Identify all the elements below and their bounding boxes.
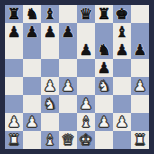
square-f7[interactable] bbox=[95, 23, 113, 41]
black-pawn-b7[interactable]: ♟ bbox=[25, 23, 38, 41]
square-e7[interactable] bbox=[77, 23, 95, 41]
white-pawn-a2[interactable]: ♟ bbox=[7, 113, 20, 131]
white-knight-c3[interactable]: ♞ bbox=[43, 95, 56, 113]
square-c2[interactable] bbox=[41, 113, 59, 131]
square-h5[interactable] bbox=[131, 59, 149, 77]
square-g4[interactable] bbox=[113, 77, 131, 95]
square-h7[interactable] bbox=[131, 23, 149, 41]
black-rook-f8[interactable]: ♜ bbox=[97, 5, 110, 23]
chess-board[interactable]: ♜♞♝♛♜♚♟♟♟♟♝♟♞♟♟♟♟♟♞♟♞♟♟♟♝♟♟♜♝♛♚♜ bbox=[5, 5, 149, 149]
white-bishop-c1[interactable]: ♝ bbox=[43, 131, 56, 149]
square-b4[interactable] bbox=[23, 77, 41, 95]
white-pawn-g2[interactable]: ♟ bbox=[115, 113, 128, 131]
black-knight-f6[interactable]: ♞ bbox=[97, 41, 110, 59]
square-e2[interactable]: ♝ bbox=[77, 113, 95, 131]
white-pawn-d4[interactable]: ♟ bbox=[61, 77, 74, 95]
square-d2[interactable] bbox=[59, 113, 77, 131]
square-h8[interactable] bbox=[131, 5, 149, 23]
square-f3[interactable] bbox=[95, 95, 113, 113]
square-d1[interactable]: ♛ bbox=[59, 131, 77, 149]
white-pawn-e3[interactable]: ♟ bbox=[79, 95, 92, 113]
square-a7[interactable]: ♟ bbox=[5, 23, 23, 41]
square-a1[interactable]: ♜ bbox=[5, 131, 23, 149]
square-h4[interactable]: ♟ bbox=[131, 77, 149, 95]
black-pawn-d7[interactable]: ♟ bbox=[61, 23, 74, 41]
square-c3[interactable]: ♞ bbox=[41, 95, 59, 113]
square-e1[interactable]: ♚ bbox=[77, 131, 95, 149]
square-f5[interactable]: ♟ bbox=[95, 59, 113, 77]
square-d3[interactable] bbox=[59, 95, 77, 113]
white-queen-d1[interactable]: ♛ bbox=[61, 131, 74, 149]
square-b6[interactable] bbox=[23, 41, 41, 59]
white-rook-a1[interactable]: ♜ bbox=[7, 131, 20, 149]
black-knight-b8[interactable]: ♞ bbox=[25, 5, 38, 23]
square-a3[interactable] bbox=[5, 95, 23, 113]
square-c1[interactable]: ♝ bbox=[41, 131, 59, 149]
square-d7[interactable]: ♟ bbox=[59, 23, 77, 41]
square-c8[interactable]: ♝ bbox=[41, 5, 59, 23]
white-pawn-b2[interactable]: ♟ bbox=[25, 113, 38, 131]
square-e4[interactable] bbox=[77, 77, 95, 95]
square-c7[interactable]: ♟ bbox=[41, 23, 59, 41]
square-h6[interactable]: ♟ bbox=[131, 41, 149, 59]
square-g5[interactable] bbox=[113, 59, 131, 77]
square-g8[interactable]: ♚ bbox=[113, 5, 131, 23]
black-king-g8[interactable]: ♚ bbox=[115, 5, 128, 23]
square-a6[interactable] bbox=[5, 41, 23, 59]
black-queen-e8[interactable]: ♛ bbox=[79, 5, 92, 23]
board-frame: ♜♞♝♛♜♚♟♟♟♟♝♟♞♟♟♟♟♟♞♟♞♟♟♟♝♟♟♜♝♛♚♜ bbox=[0, 0, 154, 154]
black-pawn-a7[interactable]: ♟ bbox=[7, 23, 20, 41]
white-pawn-c4[interactable]: ♟ bbox=[43, 77, 56, 95]
white-pawn-h4[interactable]: ♟ bbox=[133, 77, 146, 95]
black-pawn-g6[interactable]: ♟ bbox=[115, 41, 128, 59]
white-rook-h1[interactable]: ♜ bbox=[133, 131, 146, 149]
black-pawn-h6[interactable]: ♟ bbox=[133, 41, 146, 59]
square-g6[interactable]: ♟ bbox=[113, 41, 131, 59]
square-e6[interactable]: ♟ bbox=[77, 41, 95, 59]
square-d4[interactable]: ♟ bbox=[59, 77, 77, 95]
square-b2[interactable]: ♟ bbox=[23, 113, 41, 131]
square-f1[interactable] bbox=[95, 131, 113, 149]
square-g7[interactable]: ♝ bbox=[113, 23, 131, 41]
square-b1[interactable] bbox=[23, 131, 41, 149]
square-e3[interactable]: ♟ bbox=[77, 95, 95, 113]
square-d6[interactable] bbox=[59, 41, 77, 59]
white-pawn-f2[interactable]: ♟ bbox=[97, 113, 110, 131]
square-d8[interactable] bbox=[59, 5, 77, 23]
black-rook-a8[interactable]: ♜ bbox=[7, 5, 20, 23]
white-bishop-e2[interactable]: ♝ bbox=[79, 113, 92, 131]
square-b3[interactable] bbox=[23, 95, 41, 113]
square-a5[interactable] bbox=[5, 59, 23, 77]
square-d5[interactable] bbox=[59, 59, 77, 77]
square-e8[interactable]: ♛ bbox=[77, 5, 95, 23]
square-b7[interactable]: ♟ bbox=[23, 23, 41, 41]
square-g2[interactable]: ♟ bbox=[113, 113, 131, 131]
chess-app-window: ♜♞♝♛♜♚♟♟♟♟♝♟♞♟♟♟♟♟♞♟♞♟♟♟♝♟♟♜♝♛♚♜ bbox=[0, 0, 154, 154]
square-g1[interactable] bbox=[113, 131, 131, 149]
black-bishop-c8[interactable]: ♝ bbox=[43, 5, 56, 23]
square-f8[interactable]: ♜ bbox=[95, 5, 113, 23]
square-c5[interactable] bbox=[41, 59, 59, 77]
square-h1[interactable]: ♜ bbox=[131, 131, 149, 149]
square-a8[interactable]: ♜ bbox=[5, 5, 23, 23]
black-bishop-g7[interactable]: ♝ bbox=[115, 23, 128, 41]
square-e5[interactable] bbox=[77, 59, 95, 77]
square-g3[interactable] bbox=[113, 95, 131, 113]
black-pawn-c7[interactable]: ♟ bbox=[43, 23, 56, 41]
square-b8[interactable]: ♞ bbox=[23, 5, 41, 23]
black-pawn-e6[interactable]: ♟ bbox=[79, 41, 92, 59]
square-c6[interactable] bbox=[41, 41, 59, 59]
square-c4[interactable]: ♟ bbox=[41, 77, 59, 95]
square-a2[interactable]: ♟ bbox=[5, 113, 23, 131]
square-h3[interactable] bbox=[131, 95, 149, 113]
square-a4[interactable] bbox=[5, 77, 23, 95]
white-king-e1[interactable]: ♚ bbox=[79, 131, 92, 149]
white-knight-f4[interactable]: ♞ bbox=[97, 77, 110, 95]
square-b5[interactable] bbox=[23, 59, 41, 77]
square-f2[interactable]: ♟ bbox=[95, 113, 113, 131]
square-h2[interactable] bbox=[131, 113, 149, 131]
square-f6[interactable]: ♞ bbox=[95, 41, 113, 59]
black-pawn-f5[interactable]: ♟ bbox=[97, 59, 110, 77]
square-f4[interactable]: ♞ bbox=[95, 77, 113, 95]
